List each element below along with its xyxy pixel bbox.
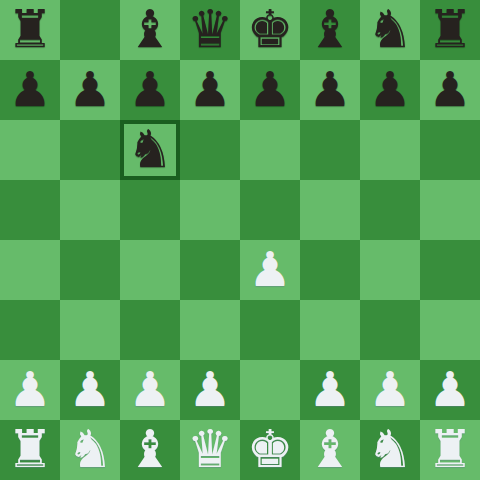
white-queen[interactable]: ♛: [187, 419, 234, 479]
white-bishop[interactable]: ♝: [127, 419, 174, 479]
square-d3[interactable]: [180, 300, 240, 360]
square-a5[interactable]: [0, 180, 60, 240]
chess-board-container: ♜♝♛♚♝♞♜♟♟♟♟♟♟♟♟♞♟♟♟♟♟♟♟♟♜♞♝♛♚♝♞♜: [0, 0, 480, 480]
black-king[interactable]: ♚: [247, 0, 294, 59]
square-f1[interactable]: ♝: [300, 420, 360, 480]
square-d2[interactable]: ♟: [180, 360, 240, 420]
black-knight[interactable]: ♞: [367, 0, 414, 59]
square-b1[interactable]: ♞: [60, 420, 120, 480]
chess-board: ♜♝♛♚♝♞♜♟♟♟♟♟♟♟♟♞♟♟♟♟♟♟♟♟♜♞♝♛♚♝♞♜: [0, 0, 480, 480]
black-pawn[interactable]: ♟: [248, 59, 291, 119]
square-c2[interactable]: ♟: [120, 360, 180, 420]
square-f4[interactable]: [300, 240, 360, 300]
square-h7[interactable]: ♟: [420, 60, 480, 120]
black-pawn[interactable]: ♟: [428, 59, 471, 119]
black-queen[interactable]: ♛: [187, 0, 234, 59]
square-f8[interactable]: ♝: [300, 0, 360, 60]
square-g3[interactable]: [360, 300, 420, 360]
square-h6[interactable]: [420, 120, 480, 180]
square-g6[interactable]: [360, 120, 420, 180]
white-pawn[interactable]: ♟: [188, 359, 231, 419]
square-a7[interactable]: ♟: [0, 60, 60, 120]
square-a3[interactable]: [0, 300, 60, 360]
white-king[interactable]: ♚: [247, 419, 294, 479]
black-bishop[interactable]: ♝: [127, 0, 174, 59]
square-a8[interactable]: ♜: [0, 0, 60, 60]
white-pawn[interactable]: ♟: [428, 359, 471, 419]
square-b4[interactable]: [60, 240, 120, 300]
square-b5[interactable]: [60, 180, 120, 240]
square-g5[interactable]: [360, 180, 420, 240]
square-c4[interactable]: [120, 240, 180, 300]
white-pawn[interactable]: ♟: [248, 239, 291, 299]
square-c1[interactable]: ♝: [120, 420, 180, 480]
square-g8[interactable]: ♞: [360, 0, 420, 60]
square-e6[interactable]: [240, 120, 300, 180]
white-pawn[interactable]: ♟: [8, 359, 51, 419]
square-h1[interactable]: ♜: [420, 420, 480, 480]
square-e5[interactable]: [240, 180, 300, 240]
square-d4[interactable]: [180, 240, 240, 300]
square-g1[interactable]: ♞: [360, 420, 420, 480]
square-e3[interactable]: [240, 300, 300, 360]
square-b3[interactable]: [60, 300, 120, 360]
square-h4[interactable]: [420, 240, 480, 300]
square-f3[interactable]: [300, 300, 360, 360]
square-e4[interactable]: ♟: [240, 240, 300, 300]
black-rook[interactable]: ♜: [7, 0, 54, 59]
square-c6[interactable]: ♞: [120, 120, 180, 180]
square-a6[interactable]: [0, 120, 60, 180]
square-b7[interactable]: ♟: [60, 60, 120, 120]
square-h8[interactable]: ♜: [420, 0, 480, 60]
square-d7[interactable]: ♟: [180, 60, 240, 120]
white-knight[interactable]: ♞: [67, 419, 114, 479]
black-pawn[interactable]: ♟: [128, 59, 171, 119]
white-knight[interactable]: ♞: [367, 419, 414, 479]
square-g7[interactable]: ♟: [360, 60, 420, 120]
square-g4[interactable]: [360, 240, 420, 300]
square-c3[interactable]: [120, 300, 180, 360]
square-d8[interactable]: ♛: [180, 0, 240, 60]
white-rook[interactable]: ♜: [7, 419, 54, 479]
square-h2[interactable]: ♟: [420, 360, 480, 420]
square-c5[interactable]: [120, 180, 180, 240]
square-e2[interactable]: [240, 360, 300, 420]
black-pawn[interactable]: ♟: [308, 59, 351, 119]
white-pawn[interactable]: ♟: [68, 359, 111, 419]
square-d5[interactable]: [180, 180, 240, 240]
white-rook[interactable]: ♜: [427, 419, 474, 479]
square-c7[interactable]: ♟: [120, 60, 180, 120]
black-pawn[interactable]: ♟: [68, 59, 111, 119]
square-f7[interactable]: ♟: [300, 60, 360, 120]
square-g2[interactable]: ♟: [360, 360, 420, 420]
square-a1[interactable]: ♜: [0, 420, 60, 480]
black-bishop[interactable]: ♝: [307, 0, 354, 59]
square-e8[interactable]: ♚: [240, 0, 300, 60]
square-b8[interactable]: [60, 0, 120, 60]
black-knight[interactable]: ♞: [127, 119, 174, 179]
square-e7[interactable]: ♟: [240, 60, 300, 120]
white-pawn[interactable]: ♟: [128, 359, 171, 419]
black-pawn[interactable]: ♟: [368, 59, 411, 119]
white-bishop[interactable]: ♝: [307, 419, 354, 479]
white-pawn[interactable]: ♟: [308, 359, 351, 419]
square-a4[interactable]: [0, 240, 60, 300]
square-d6[interactable]: [180, 120, 240, 180]
black-rook[interactable]: ♜: [427, 0, 474, 59]
square-d1[interactable]: ♛: [180, 420, 240, 480]
square-f2[interactable]: ♟: [300, 360, 360, 420]
square-b2[interactable]: ♟: [60, 360, 120, 420]
square-c8[interactable]: ♝: [120, 0, 180, 60]
black-pawn[interactable]: ♟: [188, 59, 231, 119]
black-pawn[interactable]: ♟: [8, 59, 51, 119]
square-f6[interactable]: [300, 120, 360, 180]
square-e1[interactable]: ♚: [240, 420, 300, 480]
square-h5[interactable]: [420, 180, 480, 240]
square-a2[interactable]: ♟: [0, 360, 60, 420]
white-pawn[interactable]: ♟: [368, 359, 411, 419]
square-b6[interactable]: [60, 120, 120, 180]
square-h3[interactable]: [420, 300, 480, 360]
square-f5[interactable]: [300, 180, 360, 240]
